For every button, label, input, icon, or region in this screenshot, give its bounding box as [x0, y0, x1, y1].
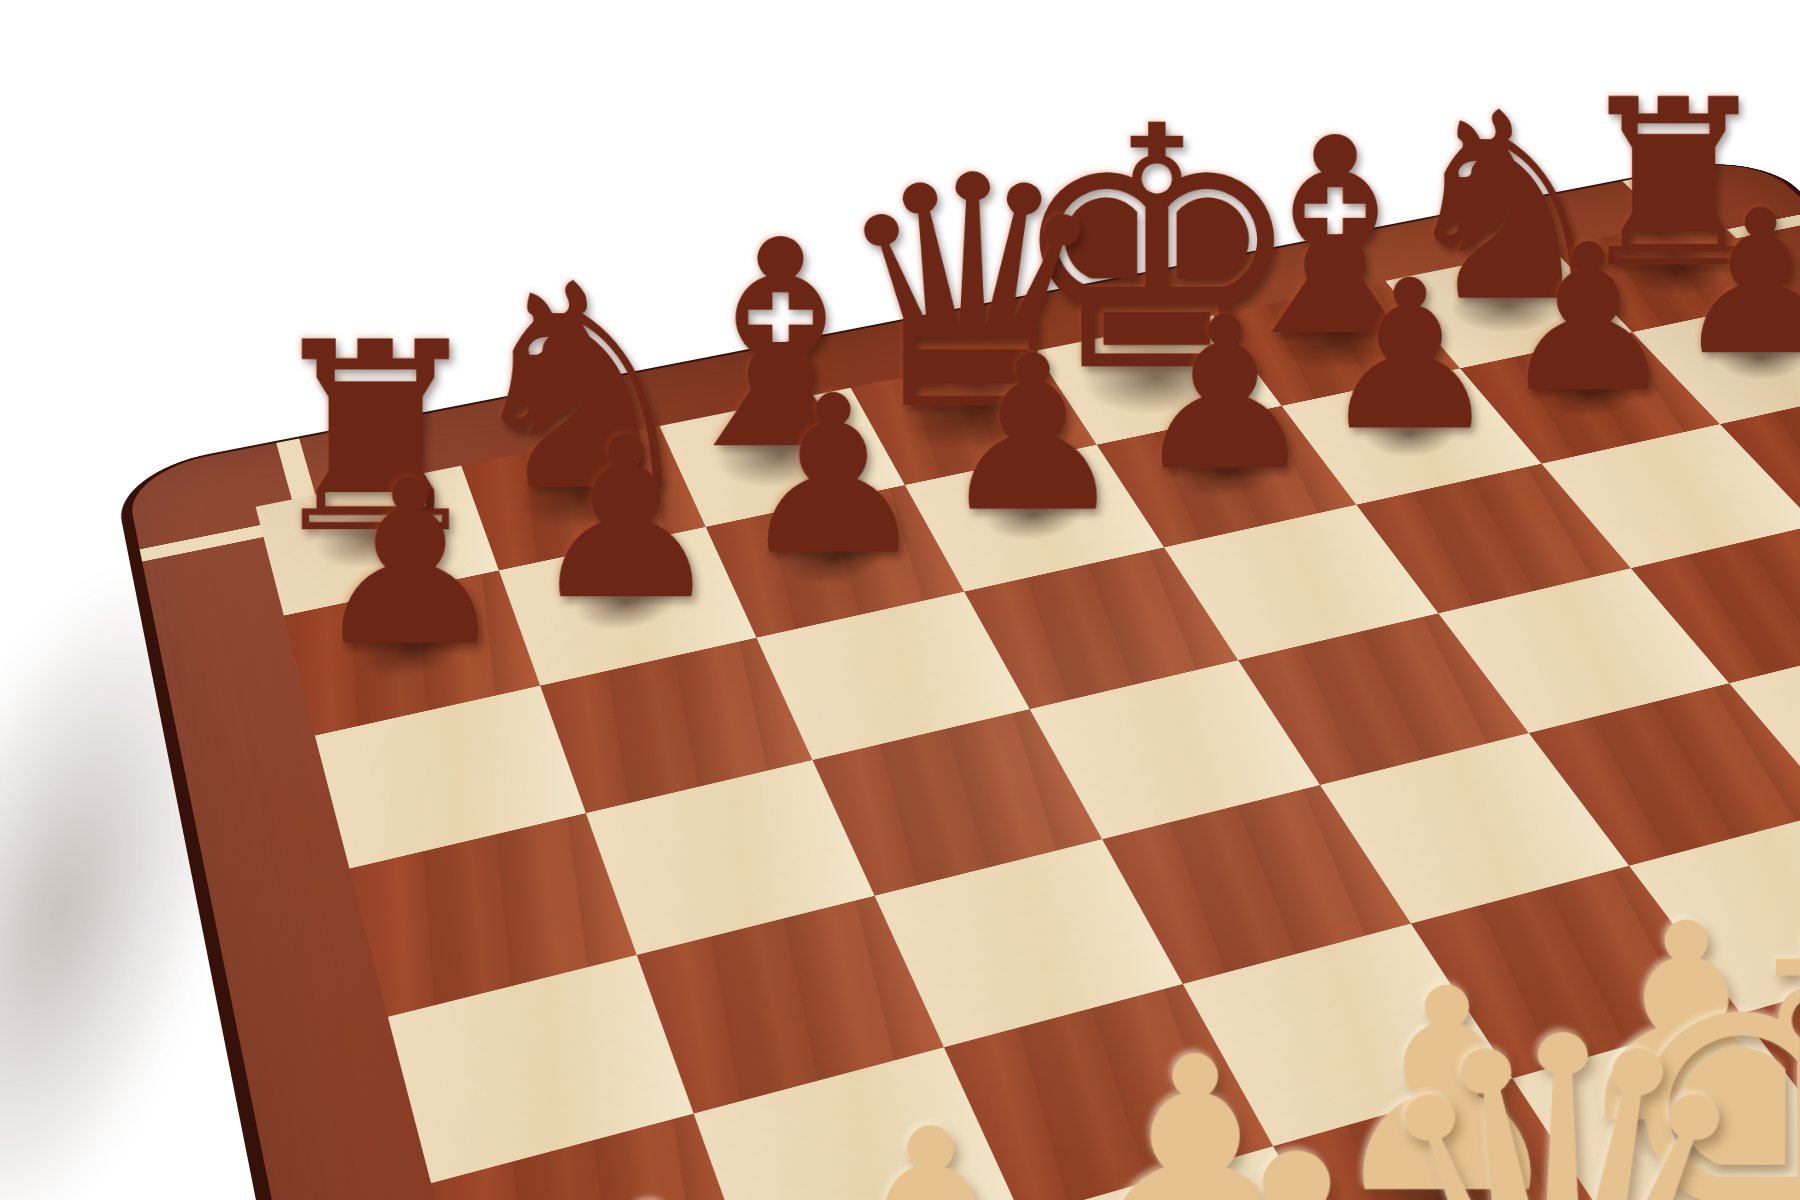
black-pawn-glyph: ♟: [1497, 218, 1679, 421]
black-pawn-glyph: ♟: [526, 408, 726, 631]
black-pawn-glyph: ♟: [937, 327, 1129, 541]
black-pawn-glyph: ♟: [1131, 289, 1319, 499]
black-pawn-glyph: ♟: [735, 367, 931, 585]
chess-board: ♜♞♝♛♚♝♞♜♟♟♟♟♟♟♟♟♟♟♟♟♟♟♟♟♜♞♝♛♚♝♞♜: [124, 155, 1800, 1200]
pieces-layer: ♜♞♝♛♚♝♞♜♟♟♟♟♟♟♟♟♟♟♟♟♟♟♟♟♜♞♝♛♚♝♞♜: [124, 155, 1800, 1200]
white-pawn-glyph: ♟: [516, 1166, 787, 1200]
chess-set-photo: ♜♞♝♛♚♝♞♜♟♟♟♟♟♟♟♟♟♟♟♟♟♟♟♟♜♞♝♛♚♝♞♜: [0, 0, 1800, 1200]
black-pawn-glyph: ♟: [308, 450, 512, 677]
black-pawn-glyph: ♟: [1671, 184, 1800, 383]
white-knight-glyph: ♞: [829, 1192, 1205, 1200]
black-pawn-glyph: ♟: [1317, 253, 1502, 459]
